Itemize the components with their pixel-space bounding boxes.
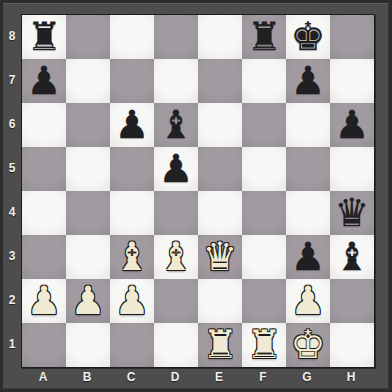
file-label-e: E — [197, 365, 241, 389]
square-g8[interactable]: ♚ — [286, 15, 330, 59]
file-label-d: D — [153, 365, 197, 389]
black-pawn[interactable]: ♟ — [22, 59, 66, 103]
square-f1[interactable]: ♜ — [242, 323, 286, 367]
square-c4[interactable] — [110, 191, 154, 235]
square-c6[interactable]: ♟ — [110, 103, 154, 147]
file-label-c: C — [109, 365, 153, 389]
square-f8[interactable]: ♜ — [242, 15, 286, 59]
black-bishop[interactable]: ♝ — [154, 103, 198, 147]
square-b8[interactable] — [66, 15, 110, 59]
square-a7[interactable]: ♟ — [22, 59, 66, 103]
board-frame: ♜♜♚♟♟♟♝♟♟♛♝♝♛♟♝♟♟♟♟♜♜♚ 87654321ABCDEFGH — [0, 0, 392, 392]
square-e2[interactable] — [198, 279, 242, 323]
black-king[interactable]: ♚ — [286, 15, 330, 59]
square-g5[interactable] — [286, 147, 330, 191]
square-c7[interactable] — [110, 59, 154, 103]
white-pawn[interactable]: ♟ — [286, 279, 330, 323]
black-queen[interactable]: ♛ — [330, 191, 374, 235]
square-a5[interactable] — [22, 147, 66, 191]
black-rook[interactable]: ♜ — [22, 15, 66, 59]
white-bishop[interactable]: ♝ — [154, 235, 198, 279]
square-d4[interactable] — [154, 191, 198, 235]
white-king[interactable]: ♚ — [286, 323, 330, 367]
rank-label-8: 8 — [3, 14, 21, 58]
square-g2[interactable]: ♟ — [286, 279, 330, 323]
file-label-a: A — [21, 365, 65, 389]
black-pawn[interactable]: ♟ — [110, 103, 154, 147]
white-rook[interactable]: ♜ — [242, 323, 286, 367]
square-a2[interactable]: ♟ — [22, 279, 66, 323]
rank-label-1: 1 — [3, 322, 21, 366]
square-g7[interactable]: ♟ — [286, 59, 330, 103]
square-f3[interactable] — [242, 235, 286, 279]
square-h8[interactable] — [330, 15, 374, 59]
square-e8[interactable] — [198, 15, 242, 59]
white-pawn[interactable]: ♟ — [66, 279, 110, 323]
square-h6[interactable]: ♟ — [330, 103, 374, 147]
file-label-h: H — [329, 365, 373, 389]
square-b5[interactable] — [66, 147, 110, 191]
white-pawn[interactable]: ♟ — [110, 279, 154, 323]
square-h4[interactable]: ♛ — [330, 191, 374, 235]
square-g1[interactable]: ♚ — [286, 323, 330, 367]
square-a8[interactable]: ♜ — [22, 15, 66, 59]
rank-label-6: 6 — [3, 102, 21, 146]
square-h7[interactable] — [330, 59, 374, 103]
square-c1[interactable] — [110, 323, 154, 367]
white-bishop[interactable]: ♝ — [110, 235, 154, 279]
rank-label-7: 7 — [3, 58, 21, 102]
square-e5[interactable] — [198, 147, 242, 191]
square-d2[interactable] — [154, 279, 198, 323]
square-b7[interactable] — [66, 59, 110, 103]
file-label-f: F — [241, 365, 285, 389]
square-f2[interactable] — [242, 279, 286, 323]
square-e4[interactable] — [198, 191, 242, 235]
square-f6[interactable] — [242, 103, 286, 147]
square-e1[interactable]: ♜ — [198, 323, 242, 367]
black-pawn[interactable]: ♟ — [154, 147, 198, 191]
black-rook[interactable]: ♜ — [242, 15, 286, 59]
black-pawn[interactable]: ♟ — [286, 235, 330, 279]
square-d1[interactable] — [154, 323, 198, 367]
square-b1[interactable] — [66, 323, 110, 367]
black-pawn[interactable]: ♟ — [330, 103, 374, 147]
square-h1[interactable] — [330, 323, 374, 367]
square-a1[interactable] — [22, 323, 66, 367]
square-d6[interactable]: ♝ — [154, 103, 198, 147]
rank-label-4: 4 — [3, 190, 21, 234]
rank-label-5: 5 — [3, 146, 21, 190]
square-h3[interactable]: ♝ — [330, 235, 374, 279]
black-bishop[interactable]: ♝ — [330, 235, 374, 279]
square-g6[interactable] — [286, 103, 330, 147]
square-f7[interactable] — [242, 59, 286, 103]
square-h2[interactable] — [330, 279, 374, 323]
square-g3[interactable]: ♟ — [286, 235, 330, 279]
square-d8[interactable] — [154, 15, 198, 59]
square-d5[interactable]: ♟ — [154, 147, 198, 191]
square-h5[interactable] — [330, 147, 374, 191]
black-pawn[interactable]: ♟ — [286, 59, 330, 103]
square-c8[interactable] — [110, 15, 154, 59]
square-e6[interactable] — [198, 103, 242, 147]
white-rook[interactable]: ♜ — [198, 323, 242, 367]
square-b2[interactable]: ♟ — [66, 279, 110, 323]
square-a4[interactable] — [22, 191, 66, 235]
square-f4[interactable] — [242, 191, 286, 235]
file-label-b: B — [65, 365, 109, 389]
square-e3[interactable]: ♛ — [198, 235, 242, 279]
square-a6[interactable] — [22, 103, 66, 147]
white-queen[interactable]: ♛ — [198, 235, 242, 279]
square-a3[interactable] — [22, 235, 66, 279]
square-d3[interactable]: ♝ — [154, 235, 198, 279]
square-g4[interactable] — [286, 191, 330, 235]
square-f5[interactable] — [242, 147, 286, 191]
square-c2[interactable]: ♟ — [110, 279, 154, 323]
square-b4[interactable] — [66, 191, 110, 235]
white-pawn[interactable]: ♟ — [22, 279, 66, 323]
rank-label-3: 3 — [3, 234, 21, 278]
square-e7[interactable] — [198, 59, 242, 103]
square-b3[interactable] — [66, 235, 110, 279]
square-b6[interactable] — [66, 103, 110, 147]
square-c3[interactable]: ♝ — [110, 235, 154, 279]
square-c5[interactable] — [110, 147, 154, 191]
chess-board: ♜♜♚♟♟♟♝♟♟♛♝♝♛♟♝♟♟♟♟♜♜♚ — [21, 14, 375, 368]
square-d7[interactable] — [154, 59, 198, 103]
file-label-g: G — [285, 365, 329, 389]
rank-label-2: 2 — [3, 278, 21, 322]
